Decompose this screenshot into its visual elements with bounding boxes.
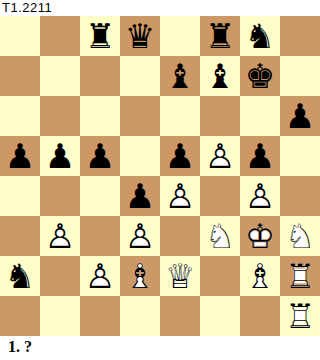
square-e7[interactable]: ♝ [160, 56, 200, 96]
piece-outline: ♕ [160, 256, 200, 296]
piece-outline: ♖ [280, 296, 320, 336]
piece-white-knight: ♞♘ [280, 216, 320, 256]
square-a7[interactable] [0, 56, 40, 96]
piece-outline: ♗ [240, 256, 280, 296]
piece-black-pawn: ♟ [40, 136, 80, 176]
piece-white-bishop: ♝♗ [120, 256, 160, 296]
square-b1[interactable] [40, 296, 80, 336]
square-h3[interactable]: ♞♘ [280, 216, 320, 256]
piece-white-pawn: ♟♙ [160, 176, 200, 216]
piece-outline: ♖ [280, 256, 320, 296]
square-f2[interactable] [200, 256, 240, 296]
piece-outline: ♗ [120, 256, 160, 296]
square-b3[interactable]: ♟♙ [40, 216, 80, 256]
piece-white-queen: ♛♕ [160, 256, 200, 296]
square-g7[interactable]: ♚ [240, 56, 280, 96]
square-c4[interactable] [80, 176, 120, 216]
square-g3[interactable]: ♚♔ [240, 216, 280, 256]
piece-outline: ♙ [80, 256, 120, 296]
square-e6[interactable] [160, 96, 200, 136]
square-d4[interactable]: ♟ [120, 176, 160, 216]
page-title: T1.2211 [0, 0, 320, 16]
square-a6[interactable] [0, 96, 40, 136]
piece-black-pawn: ♟ [120, 176, 160, 216]
square-c1[interactable] [80, 296, 120, 336]
square-f5[interactable]: ♟♙ [200, 136, 240, 176]
piece-white-pawn: ♟♙ [120, 216, 160, 256]
piece-outline: ♙ [120, 216, 160, 256]
piece-black-pawn: ♟ [280, 96, 320, 136]
piece-outline: ♙ [160, 176, 200, 216]
square-a2[interactable]: ♞ [0, 256, 40, 296]
piece-outline: ♙ [240, 176, 280, 216]
square-a4[interactable] [0, 176, 40, 216]
piece-white-king: ♚♔ [240, 216, 280, 256]
square-c5[interactable]: ♟ [80, 136, 120, 176]
square-a1[interactable] [0, 296, 40, 336]
square-g6[interactable] [240, 96, 280, 136]
piece-white-pawn: ♟♙ [40, 216, 80, 256]
piece-white-rook: ♜♖ [280, 256, 320, 296]
square-c6[interactable] [80, 96, 120, 136]
square-f3[interactable]: ♞♘ [200, 216, 240, 256]
square-f1[interactable] [200, 296, 240, 336]
square-e4[interactable]: ♟♙ [160, 176, 200, 216]
move-prompt: 1. ? [0, 336, 320, 360]
square-f4[interactable] [200, 176, 240, 216]
square-h8[interactable] [280, 16, 320, 56]
piece-white-pawn: ♟♙ [80, 256, 120, 296]
piece-outline: ♙ [200, 136, 240, 176]
piece-black-pawn: ♟ [240, 136, 280, 176]
square-c2[interactable]: ♟♙ [80, 256, 120, 296]
square-e3[interactable] [160, 216, 200, 256]
square-d8[interactable]: ♛ [120, 16, 160, 56]
square-d1[interactable] [120, 296, 160, 336]
chess-board: ♜♛♜♞♝♝♚♟♟♟♟♟♟♙♟♟♟♙♟♙♟♙♟♙♞♘♚♔♞♘♞♟♙♝♗♛♕♝♗♜… [0, 16, 320, 336]
chess-puzzle-page: T1.2211 ♜♛♜♞♝♝♚♟♟♟♟♟♟♙♟♟♟♙♟♙♟♙♟♙♞♘♚♔♞♘♞♟… [0, 0, 320, 360]
square-a5[interactable]: ♟ [0, 136, 40, 176]
square-f6[interactable] [200, 96, 240, 136]
piece-black-pawn: ♟ [160, 136, 200, 176]
square-e1[interactable] [160, 296, 200, 336]
square-h7[interactable] [280, 56, 320, 96]
square-d2[interactable]: ♝♗ [120, 256, 160, 296]
square-g8[interactable]: ♞ [240, 16, 280, 56]
piece-outline: ♔ [240, 216, 280, 256]
square-b8[interactable] [40, 16, 80, 56]
piece-black-bishop: ♝ [200, 56, 240, 96]
piece-black-knight: ♞ [240, 16, 280, 56]
piece-black-rook: ♜ [80, 16, 120, 56]
square-h5[interactable] [280, 136, 320, 176]
piece-white-knight: ♞♘ [200, 216, 240, 256]
square-c3[interactable] [80, 216, 120, 256]
square-e2[interactable]: ♛♕ [160, 256, 200, 296]
piece-black-king: ♚ [240, 56, 280, 96]
square-g4[interactable]: ♟♙ [240, 176, 280, 216]
square-b7[interactable] [40, 56, 80, 96]
square-g2[interactable]: ♝♗ [240, 256, 280, 296]
square-b4[interactable] [40, 176, 80, 216]
piece-black-knight: ♞ [0, 256, 40, 296]
square-b2[interactable] [40, 256, 80, 296]
square-h1[interactable]: ♜♖ [280, 296, 320, 336]
piece-outline: ♘ [200, 216, 240, 256]
square-d6[interactable] [120, 96, 160, 136]
square-g5[interactable]: ♟ [240, 136, 280, 176]
square-c8[interactable]: ♜ [80, 16, 120, 56]
square-a3[interactable] [0, 216, 40, 256]
square-f8[interactable]: ♜ [200, 16, 240, 56]
square-g1[interactable] [240, 296, 280, 336]
square-e8[interactable] [160, 16, 200, 56]
square-f7[interactable]: ♝ [200, 56, 240, 96]
square-d5[interactable] [120, 136, 160, 176]
square-e5[interactable]: ♟ [160, 136, 200, 176]
piece-black-pawn: ♟ [80, 136, 120, 176]
square-h6[interactable]: ♟ [280, 96, 320, 136]
piece-black-queen: ♛ [120, 16, 160, 56]
piece-black-pawn: ♟ [0, 136, 40, 176]
piece-white-pawn: ♟♙ [240, 176, 280, 216]
piece-white-rook: ♜♖ [280, 296, 320, 336]
square-c7[interactable] [80, 56, 120, 96]
square-h2[interactable]: ♜♖ [280, 256, 320, 296]
piece-white-bishop: ♝♗ [240, 256, 280, 296]
piece-outline: ♘ [280, 216, 320, 256]
square-d7[interactable] [120, 56, 160, 96]
piece-white-pawn: ♟♙ [200, 136, 240, 176]
square-b5[interactable]: ♟ [40, 136, 80, 176]
square-d3[interactable]: ♟♙ [120, 216, 160, 256]
square-a8[interactable] [0, 16, 40, 56]
piece-black-rook: ♜ [200, 16, 240, 56]
square-h4[interactable] [280, 176, 320, 216]
piece-black-bishop: ♝ [160, 56, 200, 96]
square-b6[interactable] [40, 96, 80, 136]
piece-outline: ♙ [40, 216, 80, 256]
